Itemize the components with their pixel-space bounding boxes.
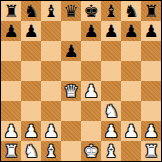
square-a2[interactable]: ♟ bbox=[1, 121, 21, 141]
piece-black-bishop: ♝ bbox=[43, 1, 58, 21]
square-b4[interactable] bbox=[21, 81, 41, 101]
square-a3[interactable] bbox=[1, 101, 21, 121]
square-g1[interactable] bbox=[121, 141, 141, 161]
square-c6[interactable] bbox=[41, 41, 61, 61]
piece-black-pawn: ♟ bbox=[3, 21, 18, 41]
square-g4[interactable] bbox=[121, 81, 141, 101]
piece-black-pawn: ♟ bbox=[143, 21, 158, 41]
square-g8[interactable]: ♞ bbox=[121, 1, 141, 21]
piece-white-rook: ♜ bbox=[3, 141, 18, 161]
square-a7[interactable]: ♟ bbox=[1, 21, 21, 41]
piece-white-bishop: ♝ bbox=[103, 141, 118, 161]
square-f2[interactable]: ♟ bbox=[101, 121, 121, 141]
square-f3[interactable]: ♞ bbox=[101, 101, 121, 121]
piece-black-rook: ♜ bbox=[143, 1, 158, 21]
piece-black-pawn: ♟ bbox=[83, 21, 98, 41]
square-g5[interactable] bbox=[121, 61, 141, 81]
square-e4[interactable]: ♟ bbox=[81, 81, 101, 101]
square-b2[interactable]: ♟ bbox=[21, 121, 41, 141]
square-g6[interactable] bbox=[121, 41, 141, 61]
square-a8[interactable]: ♜ bbox=[1, 1, 21, 21]
square-e2[interactable] bbox=[81, 121, 101, 141]
piece-black-bishop: ♝ bbox=[103, 1, 118, 21]
chess-board: ♜♞♝♛♚♝♞♜♟♟♟♟♟♟♟♛♟♞♟♟♟♟♟♟♜♞♝♚♝♜ bbox=[0, 0, 162, 162]
square-b7[interactable]: ♟ bbox=[21, 21, 41, 41]
square-a6[interactable] bbox=[1, 41, 21, 61]
square-b6[interactable] bbox=[21, 41, 41, 61]
square-b1[interactable]: ♞ bbox=[21, 141, 41, 161]
piece-black-pawn: ♟ bbox=[123, 21, 138, 41]
square-h2[interactable]: ♟ bbox=[141, 121, 161, 141]
square-h5[interactable] bbox=[141, 61, 161, 81]
square-h7[interactable]: ♟ bbox=[141, 21, 161, 41]
piece-white-pawn: ♟ bbox=[123, 121, 138, 141]
square-h1[interactable]: ♜ bbox=[141, 141, 161, 161]
square-d3[interactable] bbox=[61, 101, 81, 121]
piece-white-knight: ♞ bbox=[103, 101, 118, 121]
piece-black-knight: ♞ bbox=[123, 1, 138, 21]
piece-white-knight: ♞ bbox=[23, 141, 38, 161]
square-e3[interactable] bbox=[81, 101, 101, 121]
square-d7[interactable] bbox=[61, 21, 81, 41]
square-c3[interactable] bbox=[41, 101, 61, 121]
square-c2[interactable]: ♟ bbox=[41, 121, 61, 141]
square-f4[interactable] bbox=[101, 81, 121, 101]
piece-white-pawn: ♟ bbox=[43, 121, 58, 141]
piece-white-pawn: ♟ bbox=[83, 81, 98, 101]
piece-white-king: ♚ bbox=[83, 141, 98, 161]
piece-black-king: ♚ bbox=[83, 1, 98, 21]
square-f6[interactable] bbox=[101, 41, 121, 61]
piece-black-pawn: ♟ bbox=[63, 41, 78, 61]
square-e1[interactable]: ♚ bbox=[81, 141, 101, 161]
square-d2[interactable] bbox=[61, 121, 81, 141]
square-g7[interactable]: ♟ bbox=[121, 21, 141, 41]
square-d8[interactable]: ♛ bbox=[61, 1, 81, 21]
square-c7[interactable] bbox=[41, 21, 61, 41]
square-e8[interactable]: ♚ bbox=[81, 1, 101, 21]
piece-black-knight: ♞ bbox=[23, 1, 38, 21]
square-h3[interactable] bbox=[141, 101, 161, 121]
piece-white-bishop: ♝ bbox=[43, 141, 58, 161]
square-c4[interactable] bbox=[41, 81, 61, 101]
square-b5[interactable] bbox=[21, 61, 41, 81]
square-a4[interactable] bbox=[1, 81, 21, 101]
piece-white-pawn: ♟ bbox=[23, 121, 38, 141]
square-a5[interactable] bbox=[1, 61, 21, 81]
square-c5[interactable] bbox=[41, 61, 61, 81]
piece-black-rook: ♜ bbox=[3, 1, 18, 21]
square-d1[interactable] bbox=[61, 141, 81, 161]
piece-white-queen: ♛ bbox=[63, 81, 78, 101]
square-a1[interactable]: ♜ bbox=[1, 141, 21, 161]
square-h4[interactable] bbox=[141, 81, 161, 101]
piece-white-rook: ♜ bbox=[143, 141, 158, 161]
square-c1[interactable]: ♝ bbox=[41, 141, 61, 161]
square-b3[interactable] bbox=[21, 101, 41, 121]
square-d6[interactable]: ♟ bbox=[61, 41, 81, 61]
square-e5[interactable] bbox=[81, 61, 101, 81]
piece-black-pawn: ♟ bbox=[23, 21, 38, 41]
square-g2[interactable]: ♟ bbox=[121, 121, 141, 141]
square-e6[interactable] bbox=[81, 41, 101, 61]
square-h6[interactable] bbox=[141, 41, 161, 61]
square-d5[interactable] bbox=[61, 61, 81, 81]
piece-black-queen: ♛ bbox=[63, 1, 78, 21]
square-d4[interactable]: ♛ bbox=[61, 81, 81, 101]
piece-white-pawn: ♟ bbox=[3, 121, 18, 141]
square-e7[interactable]: ♟ bbox=[81, 21, 101, 41]
square-f1[interactable]: ♝ bbox=[101, 141, 121, 161]
piece-black-pawn: ♟ bbox=[103, 21, 118, 41]
square-f8[interactable]: ♝ bbox=[101, 1, 121, 21]
square-h8[interactable]: ♜ bbox=[141, 1, 161, 21]
square-b8[interactable]: ♞ bbox=[21, 1, 41, 21]
square-c8[interactable]: ♝ bbox=[41, 1, 61, 21]
piece-white-pawn: ♟ bbox=[103, 121, 118, 141]
square-f7[interactable]: ♟ bbox=[101, 21, 121, 41]
square-g3[interactable] bbox=[121, 101, 141, 121]
square-f5[interactable] bbox=[101, 61, 121, 81]
piece-white-pawn: ♟ bbox=[143, 121, 158, 141]
